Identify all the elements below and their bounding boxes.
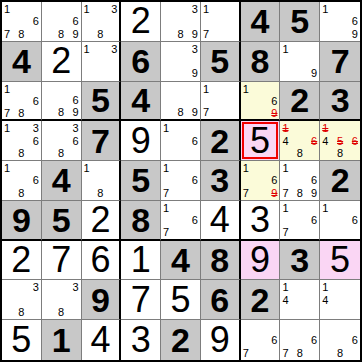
cell-r6c8[interactable]: 167 bbox=[280, 201, 320, 241]
candidate-slot-3 bbox=[346, 3, 358, 15]
cell-r6c7[interactable]: 3 bbox=[241, 201, 281, 241]
cell-r1c1[interactable]: 1678 bbox=[2, 2, 42, 42]
candidate-grid: 18 bbox=[82, 161, 120, 200]
candidate-slot-9 bbox=[225, 106, 236, 118]
candidate-slot-8: 8 bbox=[55, 106, 67, 118]
cell-r1c3[interactable]: 138 bbox=[82, 2, 122, 42]
candidate-slot-8: 8 bbox=[175, 106, 187, 118]
candidate-slot-2 bbox=[334, 202, 346, 214]
candidate-slot-9: 9 bbox=[266, 187, 278, 199]
candidate-slot-3 bbox=[27, 83, 39, 95]
candidate-slot-5 bbox=[214, 15, 225, 27]
candidate-slot-9: 9 bbox=[346, 28, 358, 40]
candidate-slot-8 bbox=[95, 67, 106, 79]
candidate-slot-6: 6 bbox=[346, 15, 358, 27]
cell-r6c2[interactable]: 5 bbox=[42, 201, 82, 241]
candidate-slot-5 bbox=[16, 15, 28, 27]
candidate-slot-8: 8 bbox=[294, 346, 306, 359]
candidate-slot-5 bbox=[254, 95, 266, 107]
given-digit: 8 bbox=[251, 44, 270, 78]
candidate-grid: 38 bbox=[2, 280, 41, 319]
candidate-slot-5 bbox=[175, 15, 187, 27]
candidate-slot-9 bbox=[27, 147, 39, 159]
candidate-slot-8: 8 bbox=[95, 28, 106, 40]
candidate-slot-9 bbox=[186, 147, 198, 159]
cell-r1c2[interactable]: 689 bbox=[42, 2, 82, 42]
candidate-slot-1: 1 bbox=[282, 202, 294, 214]
candidate-grid: 19 bbox=[280, 42, 319, 81]
candidate-7: 7 bbox=[282, 226, 288, 238]
candidate-slot-3 bbox=[186, 202, 198, 214]
candidate-6: 6 bbox=[311, 214, 317, 226]
candidate-slot-3 bbox=[306, 122, 318, 134]
candidate-slot-4 bbox=[243, 95, 255, 107]
cell-r7c5[interactable]: 4 bbox=[161, 241, 201, 281]
candidate-slot-3: 3 bbox=[186, 43, 198, 55]
candidate-slot-2 bbox=[214, 3, 225, 15]
candidate-slot-2 bbox=[16, 162, 28, 174]
given-digit: 5 bbox=[52, 203, 71, 237]
candidate-slot-3 bbox=[67, 3, 79, 15]
cell-r6c1[interactable]: 9 bbox=[2, 201, 42, 241]
candidate-slot-6 bbox=[106, 55, 117, 67]
candidate-slot-4 bbox=[44, 94, 56, 106]
cell-r9c7[interactable]: 67 bbox=[241, 320, 281, 360]
candidate-slot-4 bbox=[163, 135, 175, 147]
candidate-8: 8 bbox=[337, 347, 343, 359]
candidate-grid: 1678 bbox=[2, 82, 41, 120]
candidate-slot-3 bbox=[186, 122, 198, 134]
candidate-grid: 16 bbox=[161, 121, 200, 160]
candidate-slot-8 bbox=[294, 306, 306, 318]
cell-r9c1[interactable]: 5 bbox=[2, 320, 42, 360]
cell-r9c9[interactable]: 68 bbox=[320, 320, 360, 360]
candidate-slot-7: 7 bbox=[243, 187, 255, 199]
candidate-8: 8 bbox=[18, 107, 24, 119]
candidate-9: 9 bbox=[72, 28, 78, 40]
solved-digit: 2 bbox=[11, 242, 31, 278]
candidate-slot-1: 1 bbox=[322, 281, 334, 293]
candidate-1: 1 bbox=[163, 202, 169, 214]
candidate-slot-6: 6 bbox=[306, 174, 318, 186]
candidate-1: 1 bbox=[282, 281, 288, 293]
candidate-slot-3: 3 bbox=[106, 43, 117, 55]
candidate-slot-2 bbox=[175, 122, 187, 134]
cell-r4c3[interactable]: 7 bbox=[82, 121, 122, 161]
candidate-slot-4 bbox=[4, 135, 16, 147]
candidate-slot-4 bbox=[163, 15, 175, 27]
candidate-grid: 13 bbox=[82, 42, 120, 81]
candidate-slot-1: 1 bbox=[163, 122, 175, 134]
candidate-slot-2 bbox=[55, 83, 67, 95]
candidate-slot-4 bbox=[203, 95, 214, 107]
cell-r4c1[interactable]: 1368 bbox=[2, 121, 42, 161]
candidate-slot-7: 7 bbox=[282, 226, 294, 238]
given-digit: 1 bbox=[52, 323, 71, 357]
candidate-slot-3 bbox=[225, 3, 236, 15]
candidate-slot-2 bbox=[214, 83, 225, 95]
candidate-slot-2 bbox=[55, 281, 67, 293]
candidate-7: 7 bbox=[282, 187, 288, 199]
candidate-slot-7 bbox=[243, 107, 255, 119]
candidate-slot-1: 1 bbox=[243, 83, 255, 95]
candidate-slot-2 bbox=[294, 43, 306, 55]
candidate-slot-6: 6 bbox=[186, 174, 198, 186]
candidate-slot-4: 4 bbox=[282, 294, 294, 306]
candidate-3: 3 bbox=[72, 122, 78, 134]
cell-r4c4[interactable]: 9 bbox=[121, 121, 161, 161]
cell-r4c2[interactable]: 368 bbox=[42, 121, 82, 161]
candidate-slot-5 bbox=[294, 214, 306, 226]
cell-r6c6[interactable]: 4 bbox=[201, 201, 241, 241]
candidate-slot-8: 8 bbox=[334, 147, 346, 159]
candidate-slot-7: 7 bbox=[4, 28, 16, 40]
candidate-slot-7 bbox=[84, 28, 95, 40]
candidate-slot-7: 7 bbox=[203, 28, 214, 40]
cell-r5c3[interactable]: 18 bbox=[82, 161, 122, 201]
candidate-slot-6: 6 bbox=[306, 214, 318, 226]
cell-r3c6[interactable]: 17 bbox=[201, 82, 241, 122]
candidate-grid: 168 bbox=[2, 161, 41, 200]
candidate-1: 1 bbox=[243, 162, 249, 174]
candidate-slot-3: 3 bbox=[27, 122, 39, 134]
candidate-slot-9: 9 bbox=[306, 187, 318, 199]
given-digit: 5 bbox=[131, 163, 150, 197]
candidate-1: 1 bbox=[203, 3, 209, 15]
cell-r2c2[interactable]: 2 bbox=[42, 42, 82, 82]
candidate-slot-5 bbox=[16, 294, 28, 306]
candidate-slot-9 bbox=[106, 28, 117, 40]
candidate-4: 4 bbox=[322, 294, 328, 306]
candidate-slot-9: 9 bbox=[67, 106, 79, 118]
cell-r1c4[interactable]: 2 bbox=[121, 2, 161, 42]
candidate-grid: 14568 bbox=[320, 121, 360, 160]
candidate-8: 8 bbox=[58, 28, 64, 40]
candidate-slot-3 bbox=[266, 83, 278, 95]
candidate-slot-7 bbox=[282, 67, 294, 79]
cell-r8c5[interactable]: 5 bbox=[161, 280, 201, 320]
cell-r8c8[interactable]: 14 bbox=[280, 280, 320, 320]
cell-r5c2[interactable]: 4 bbox=[42, 161, 82, 201]
cell-r1c5[interactable]: 389 bbox=[161, 2, 201, 42]
cell-r4c7[interactable]: 5 bbox=[241, 121, 281, 161]
cell-r2c6[interactable]: 5 bbox=[201, 42, 241, 82]
candidate-1: 1 bbox=[282, 43, 288, 55]
cell-r7c9[interactable]: 5 bbox=[320, 241, 360, 281]
candidate-slot-6: 6 bbox=[346, 135, 358, 147]
cell-r4c6[interactable]: 2 bbox=[201, 121, 241, 161]
candidate-slot-9: 9 bbox=[186, 106, 198, 118]
candidate-slot-9 bbox=[266, 346, 278, 359]
cell-r4c8[interactable]: 1468 bbox=[280, 121, 320, 161]
candidate-slot-5 bbox=[16, 174, 28, 186]
cell-r9c2[interactable]: 1 bbox=[42, 320, 82, 360]
cell-r2c1[interactable]: 4 bbox=[2, 42, 42, 82]
given-digit: 8 bbox=[210, 243, 229, 277]
candidate-slot-9: 9 bbox=[186, 28, 198, 40]
candidate-slot-6: 6 bbox=[186, 135, 198, 147]
candidate-slot-3 bbox=[306, 281, 318, 293]
cell-r7c2[interactable]: 7 bbox=[42, 241, 82, 281]
candidate-slot-5 bbox=[334, 334, 346, 347]
cell-r8c4[interactable]: 7 bbox=[121, 280, 161, 320]
candidate-1: 1 bbox=[4, 3, 10, 15]
candidate-8: 8 bbox=[58, 306, 64, 318]
candidate-slot-7 bbox=[163, 28, 175, 40]
candidate-slot-2 bbox=[175, 83, 187, 95]
candidate-7: 7 bbox=[4, 107, 10, 119]
candidate-slot-8 bbox=[334, 28, 346, 40]
candidate-slot-9 bbox=[225, 28, 236, 40]
candidate-3: 3 bbox=[33, 281, 39, 293]
cell-r3c5[interactable]: 89 bbox=[161, 82, 201, 122]
cell-r8c2[interactable]: 38 bbox=[42, 280, 82, 320]
candidate-slot-1: 1 bbox=[4, 83, 16, 95]
cell-r9c5[interactable]: 2 bbox=[161, 320, 201, 360]
cell-r5c5[interactable]: 167 bbox=[161, 161, 201, 201]
given-digit: 5 bbox=[290, 4, 309, 38]
cell-r6c5[interactable]: 167 bbox=[161, 201, 201, 241]
candidate-1: 1 bbox=[322, 202, 328, 214]
candidate-grid: 389 bbox=[161, 2, 200, 41]
given-digit: 4 bbox=[171, 243, 190, 277]
cell-r5c9[interactable]: 2 bbox=[320, 161, 360, 201]
sudoku-board: 1678689138238917451694213639581971678689… bbox=[0, 0, 362, 362]
candidate-1-eliminated: 1 bbox=[322, 122, 328, 134]
candidate-1: 1 bbox=[4, 83, 10, 95]
candidate-1: 1 bbox=[322, 281, 328, 293]
candidate-slot-3: 3 bbox=[67, 122, 79, 134]
candidate-7: 7 bbox=[163, 187, 169, 199]
candidate-slot-3: 3 bbox=[27, 281, 39, 293]
candidate-slot-2 bbox=[16, 83, 28, 95]
candidate-slot-6: 6 bbox=[67, 135, 79, 147]
candidate-slot-5 bbox=[175, 94, 187, 106]
cell-r9c4[interactable]: 3 bbox=[121, 320, 161, 360]
candidate-slot-1: 1 bbox=[4, 3, 16, 15]
candidate-slot-5 bbox=[294, 55, 306, 67]
candidate-slot-9 bbox=[346, 306, 358, 318]
candidate-slot-7 bbox=[4, 187, 16, 199]
cell-r3c4[interactable]: 4 bbox=[121, 82, 161, 122]
candidate-slot-8 bbox=[334, 226, 346, 238]
candidate-slot-5 bbox=[294, 174, 306, 186]
candidate-slot-4: 4 bbox=[322, 135, 334, 147]
cell-r5c8[interactable]: 16789 bbox=[280, 161, 320, 201]
candidate-7: 7 bbox=[243, 347, 249, 359]
candidate-slot-9 bbox=[27, 107, 39, 119]
candidate-3: 3 bbox=[192, 3, 198, 15]
candidate-slot-8 bbox=[334, 306, 346, 318]
candidate-slot-2 bbox=[254, 83, 266, 95]
cell-r7c6[interactable]: 8 bbox=[201, 241, 241, 281]
cell-r5c1[interactable]: 168 bbox=[2, 161, 42, 201]
cell-r5c6[interactable]: 3 bbox=[201, 161, 241, 201]
candidate-slot-6 bbox=[106, 174, 117, 186]
candidate-1: 1 bbox=[322, 3, 328, 15]
candidate-1: 1 bbox=[163, 162, 169, 174]
cell-r9c3[interactable]: 4 bbox=[82, 320, 122, 360]
candidate-slot-8 bbox=[214, 28, 225, 40]
candidate-slot-1 bbox=[44, 122, 56, 134]
cell-r2c5[interactable]: 39 bbox=[161, 42, 201, 82]
cell-r7c3[interactable]: 6 bbox=[82, 241, 122, 281]
candidate-9: 9 bbox=[192, 28, 198, 40]
candidate-slot-9 bbox=[306, 346, 318, 359]
candidate-slot-9 bbox=[67, 306, 79, 318]
candidate-6: 6 bbox=[271, 95, 277, 107]
cell-r3c9[interactable]: 3 bbox=[320, 82, 360, 122]
candidate-slot-8 bbox=[254, 187, 266, 199]
candidate-grid: 167 bbox=[161, 201, 200, 239]
cell-r3c8[interactable]: 2 bbox=[280, 82, 320, 122]
cell-r8c7[interactable]: 2 bbox=[241, 280, 281, 320]
given-digit: 3 bbox=[331, 83, 350, 117]
cell-r1c7[interactable]: 4 bbox=[241, 2, 281, 42]
cell-r2c9[interactable]: 7 bbox=[320, 42, 360, 82]
candidate-slot-7: 7 bbox=[203, 106, 214, 118]
candidate-slot-9 bbox=[346, 147, 358, 159]
cell-r8c9[interactable]: 14 bbox=[320, 280, 360, 320]
cell-r7c7[interactable]: 9 bbox=[241, 241, 281, 281]
cell-r4c5[interactable]: 16 bbox=[161, 121, 201, 161]
candidate-slot-7 bbox=[44, 306, 56, 318]
candidate-slot-1: 1 bbox=[203, 83, 214, 95]
candidate-slot-1: 1 bbox=[203, 3, 214, 15]
cell-r7c1[interactable]: 2 bbox=[2, 241, 42, 281]
cell-r3c1[interactable]: 1678 bbox=[2, 82, 42, 122]
candidate-slot-2 bbox=[16, 122, 28, 134]
candidate-grid: 17 bbox=[201, 2, 239, 41]
cell-r1c9[interactable]: 169 bbox=[320, 2, 360, 42]
given-digit: 2 bbox=[171, 323, 190, 357]
cell-r9c6[interactable]: 9 bbox=[201, 320, 241, 360]
cell-r2c7[interactable]: 8 bbox=[241, 42, 281, 82]
candidate-4: 4 bbox=[322, 135, 328, 147]
candidate-slot-7 bbox=[322, 226, 334, 238]
candidate-slot-1: 1 bbox=[243, 162, 255, 174]
candidate-slot-8: 8 bbox=[294, 147, 306, 159]
cell-r3c2[interactable]: 689 bbox=[42, 82, 82, 122]
candidate-slot-3 bbox=[306, 43, 318, 55]
cell-r8c6[interactable]: 6 bbox=[201, 280, 241, 320]
candidate-slot-9 bbox=[106, 67, 117, 79]
candidate-3: 3 bbox=[111, 3, 117, 15]
given-digit: 6 bbox=[131, 44, 150, 78]
candidate-3: 3 bbox=[33, 122, 39, 134]
candidate-slot-5 bbox=[55, 135, 67, 147]
cell-r2c3[interactable]: 13 bbox=[82, 42, 122, 82]
candidate-slot-2 bbox=[254, 321, 266, 334]
candidate-grid: 368 bbox=[42, 121, 81, 160]
candidate-slot-5 bbox=[55, 94, 67, 106]
candidate-8: 8 bbox=[58, 106, 64, 118]
cell-r5c4[interactable]: 5 bbox=[121, 161, 161, 201]
cell-r8c3[interactable]: 9 bbox=[82, 280, 122, 320]
candidate-slot-8: 8 bbox=[55, 306, 67, 318]
candidate-slot-7: 7 bbox=[163, 187, 175, 199]
candidate-slot-8: 8 bbox=[294, 187, 306, 199]
candidate-slot-2 bbox=[294, 162, 306, 174]
candidate-slot-2 bbox=[55, 122, 67, 134]
cell-r1c6[interactable]: 17 bbox=[201, 2, 241, 42]
candidate-slot-2 bbox=[95, 162, 106, 174]
candidate-slot-2 bbox=[95, 3, 106, 15]
cell-r7c4[interactable]: 1 bbox=[121, 241, 161, 281]
cell-r4c9[interactable]: 14568 bbox=[320, 121, 360, 161]
cell-r2c4[interactable]: 6 bbox=[121, 42, 161, 82]
candidate-grid: 14 bbox=[280, 280, 319, 319]
candidate-slot-1: 1 bbox=[84, 3, 95, 15]
candidate-slot-1: 1 bbox=[84, 43, 95, 55]
candidate-8: 8 bbox=[18, 147, 24, 159]
cell-r3c3[interactable]: 5 bbox=[82, 82, 122, 122]
candidate-6: 6 bbox=[271, 174, 277, 186]
candidate-slot-3 bbox=[346, 122, 358, 134]
candidate-slot-4: 4 bbox=[282, 135, 294, 147]
candidate-6: 6 bbox=[33, 174, 39, 186]
candidate-slot-2 bbox=[175, 162, 187, 174]
solved-digit: 9 bbox=[131, 123, 151, 159]
candidate-slot-6 bbox=[27, 294, 39, 306]
candidate-6: 6 bbox=[72, 135, 78, 147]
cell-r3c7[interactable]: 169 bbox=[241, 82, 281, 122]
cell-r6c4[interactable]: 8 bbox=[121, 201, 161, 241]
candidate-slot-6 bbox=[306, 55, 318, 67]
solved-digit: 4 bbox=[210, 202, 230, 238]
candidate-slot-4 bbox=[84, 15, 95, 27]
cell-r9c8[interactable]: 678 bbox=[280, 320, 320, 360]
candidate-9-eliminated: 9 bbox=[271, 107, 277, 119]
candidate-slot-8 bbox=[175, 67, 187, 79]
cell-r6c9[interactable]: 16 bbox=[320, 201, 360, 241]
candidate-8: 8 bbox=[18, 306, 24, 318]
candidate-slot-4 bbox=[44, 294, 56, 306]
candidate-slot-5 bbox=[214, 95, 225, 107]
candidate-slot-2 bbox=[334, 281, 346, 293]
candidate-slot-6: 6 bbox=[27, 15, 39, 27]
candidate-6: 6 bbox=[33, 135, 39, 147]
cell-r2c8[interactable]: 19 bbox=[280, 42, 320, 82]
candidate-slot-5 bbox=[95, 55, 106, 67]
solved-digit: 7 bbox=[51, 242, 71, 278]
candidate-grid: 678 bbox=[280, 320, 319, 360]
candidate-slot-3 bbox=[225, 83, 236, 95]
candidate-slot-9: 9 bbox=[266, 107, 278, 119]
solved-digit: 6 bbox=[90, 242, 110, 278]
candidate-slot-7: 7 bbox=[282, 187, 294, 199]
candidate-slot-1 bbox=[4, 281, 16, 293]
candidate-grid: 138 bbox=[82, 2, 120, 41]
cell-r1c8[interactable]: 5 bbox=[280, 2, 320, 42]
candidate-grid: 38 bbox=[42, 280, 81, 319]
candidate-slot-3 bbox=[106, 162, 117, 174]
candidate-6: 6 bbox=[311, 174, 317, 186]
cell-r6c3[interactable]: 2 bbox=[82, 201, 122, 241]
candidate-slot-1 bbox=[322, 321, 334, 334]
candidate-grid: 689 bbox=[42, 2, 81, 41]
candidate-6: 6 bbox=[352, 334, 358, 346]
candidate-slot-4 bbox=[4, 294, 16, 306]
cell-r8c1[interactable]: 38 bbox=[2, 280, 42, 320]
candidate-7: 7 bbox=[243, 187, 249, 199]
cell-r5c7[interactable]: 1679 bbox=[241, 161, 281, 201]
candidate-slot-5 bbox=[294, 334, 306, 347]
candidate-slot-8: 8 bbox=[16, 187, 28, 199]
candidate-slot-8: 8 bbox=[16, 147, 28, 159]
candidate-9: 9 bbox=[352, 28, 358, 40]
cell-r7c8[interactable]: 3 bbox=[280, 241, 320, 281]
